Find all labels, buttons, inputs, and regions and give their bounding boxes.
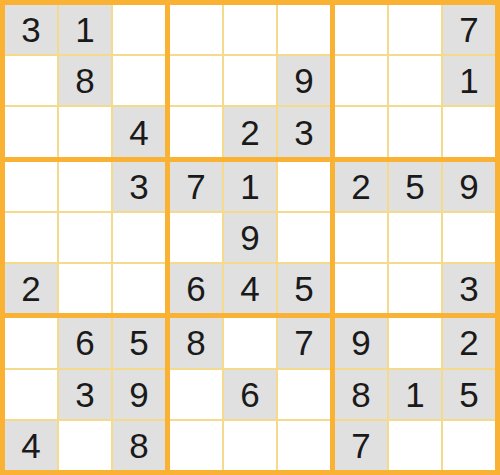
cell-r9c4[interactable] [170,421,222,470]
cell-r2c4[interactable] [170,56,222,105]
cell-r8c4[interactable] [170,370,222,419]
cell-r5c1[interactable] [5,213,57,262]
cell-r4c3[interactable]: 3 [113,162,165,211]
cell-r3c5[interactable]: 2 [224,107,276,156]
cell-r2c2[interactable]: 8 [59,56,111,105]
cell-r5c7[interactable] [335,213,387,262]
cell-r7c8[interactable] [389,318,441,367]
cell-r9c6[interactable] [278,421,330,470]
cell-r3c9[interactable] [443,107,495,156]
box-r2c1: 876 [170,318,330,470]
cell-r7c7[interactable]: 9 [335,318,387,367]
cell-r9c1[interactable]: 4 [5,421,57,470]
cell-r4c4[interactable]: 7 [170,162,222,211]
cell-r9c2[interactable] [59,421,111,470]
cell-r5c4[interactable] [170,213,222,262]
cell-r6c9[interactable]: 3 [443,264,495,313]
cell-r5c5[interactable]: 9 [224,213,276,262]
cell-r1c4[interactable] [170,5,222,54]
cell-r5c8[interactable] [389,213,441,262]
cell-r6c5[interactable]: 4 [224,264,276,313]
cell-r1c7[interactable] [335,5,387,54]
cell-r1c8[interactable] [389,5,441,54]
cell-r9c9[interactable] [443,421,495,470]
cell-r1c9[interactable]: 7 [443,5,495,54]
cell-r4c5[interactable]: 1 [224,162,276,211]
cell-r5c3[interactable] [113,213,165,262]
cell-r8c7[interactable]: 8 [335,370,387,419]
cell-r3c7[interactable] [335,107,387,156]
box-r0c0: 3184 [5,5,165,157]
cell-r5c6[interactable] [278,213,330,262]
cell-r2c5[interactable] [224,56,276,105]
cell-r6c3[interactable] [113,264,165,313]
cell-r2c1[interactable] [5,56,57,105]
cell-r4c1[interactable] [5,162,57,211]
cell-r7c1[interactable] [5,318,57,367]
cell-r3c6[interactable]: 3 [278,107,330,156]
cell-r9c3[interactable]: 8 [113,421,165,470]
cell-r7c3[interactable]: 5 [113,318,165,367]
cell-r4c6[interactable] [278,162,330,211]
cell-r2c9[interactable]: 1 [443,56,495,105]
cell-r6c4[interactable]: 6 [170,264,222,313]
cell-r2c6[interactable]: 9 [278,56,330,105]
cell-r8c1[interactable] [5,370,57,419]
cell-r3c1[interactable] [5,107,57,156]
cell-r6c6[interactable]: 5 [278,264,330,313]
box-r0c2: 71 [335,5,495,157]
cell-r9c8[interactable] [389,421,441,470]
cell-r8c9[interactable]: 5 [443,370,495,419]
sudoku-board: 318492371327196452593653948876928157 [0,0,500,475]
cell-r2c7[interactable] [335,56,387,105]
cell-r4c8[interactable]: 5 [389,162,441,211]
cell-r4c7[interactable]: 2 [335,162,387,211]
cell-r7c2[interactable]: 6 [59,318,111,367]
box-r2c0: 653948 [5,318,165,470]
cell-r8c2[interactable]: 3 [59,370,111,419]
cell-r6c7[interactable] [335,264,387,313]
cell-r1c2[interactable]: 1 [59,5,111,54]
box-r1c0: 32 [5,162,165,314]
cell-r4c9[interactable]: 9 [443,162,495,211]
box-r2c2: 928157 [335,318,495,470]
cell-r1c1[interactable]: 3 [5,5,57,54]
cell-r8c5[interactable]: 6 [224,370,276,419]
cell-r5c9[interactable] [443,213,495,262]
cell-r9c5[interactable] [224,421,276,470]
box-r0c1: 923 [170,5,330,157]
cell-r4c2[interactable] [59,162,111,211]
cell-r2c8[interactable] [389,56,441,105]
cell-r3c4[interactable] [170,107,222,156]
cell-r7c9[interactable]: 2 [443,318,495,367]
cell-r2c3[interactable] [113,56,165,105]
cell-r8c8[interactable]: 1 [389,370,441,419]
cell-r6c2[interactable] [59,264,111,313]
cell-r7c4[interactable]: 8 [170,318,222,367]
cell-r8c6[interactable] [278,370,330,419]
cell-r6c8[interactable] [389,264,441,313]
cell-r1c6[interactable] [278,5,330,54]
cell-r8c3[interactable]: 9 [113,370,165,419]
cell-r9c7[interactable]: 7 [335,421,387,470]
cell-r5c2[interactable] [59,213,111,262]
cell-r3c8[interactable] [389,107,441,156]
cell-r1c5[interactable] [224,5,276,54]
box-r1c1: 719645 [170,162,330,314]
box-r1c2: 2593 [335,162,495,314]
cell-r6c1[interactable]: 2 [5,264,57,313]
cell-r1c3[interactable] [113,5,165,54]
cell-r3c2[interactable] [59,107,111,156]
cell-r7c6[interactable]: 7 [278,318,330,367]
cell-r7c5[interactable] [224,318,276,367]
cell-r3c3[interactable]: 4 [113,107,165,156]
